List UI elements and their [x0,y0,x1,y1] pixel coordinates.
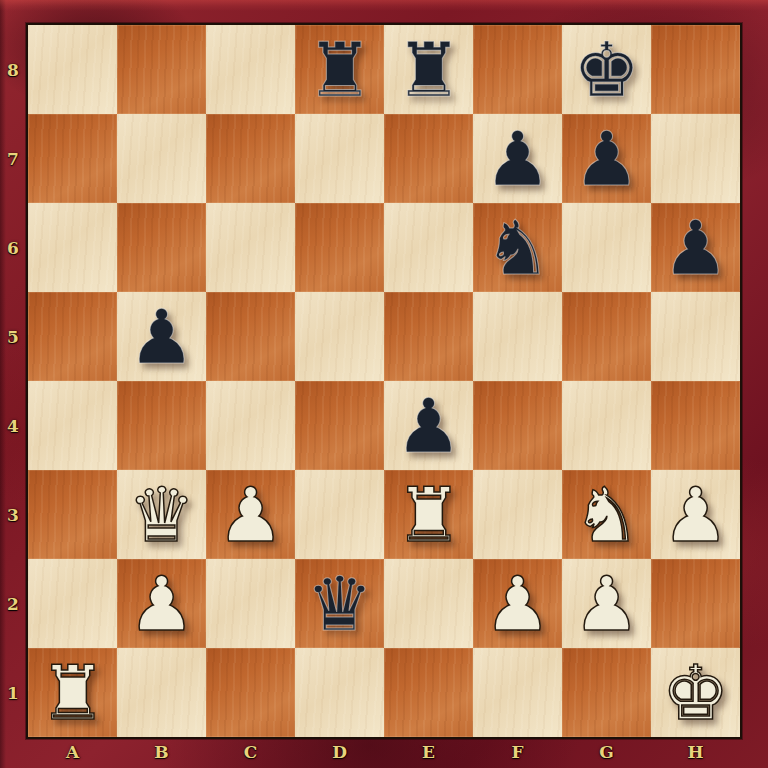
square-a7[interactable] [28,114,117,203]
square-b7[interactable] [117,114,206,203]
square-d8[interactable]: ♜ [295,25,384,114]
piece-white-knight[interactable]: ♞ [573,478,640,553]
square-h3[interactable]: ♟ [651,470,740,559]
square-a3[interactable] [28,470,117,559]
piece-white-pawn[interactable]: ♟ [128,567,195,642]
square-h4[interactable] [651,381,740,470]
file-label-g: G [562,742,651,762]
piece-white-rook[interactable]: ♜ [395,478,462,553]
piece-black-rook[interactable]: ♜ [395,33,462,108]
piece-black-pawn[interactable]: ♟ [662,211,729,286]
rank-label-1: 1 [0,648,26,737]
rank-label-7: 7 [0,114,26,203]
square-g6[interactable] [562,203,651,292]
board-frame: 87654321 ♜♜♚♟♟♞♟♟♟♛♟♜♞♟♟♛♟♟♜♚ ABCDEFGH [0,0,768,768]
square-h6[interactable]: ♟ [651,203,740,292]
square-d5[interactable] [295,292,384,381]
piece-black-pawn[interactable]: ♟ [128,300,195,375]
square-f7[interactable]: ♟ [473,114,562,203]
piece-white-rook[interactable]: ♜ [39,656,106,731]
square-d2[interactable]: ♛ [295,559,384,648]
file-label-c: C [206,742,295,762]
rank-label-5: 5 [0,292,26,381]
rank-label-8: 8 [0,25,26,114]
file-label-a: A [28,742,117,762]
piece-white-king[interactable]: ♚ [662,656,729,731]
square-b6[interactable] [117,203,206,292]
square-e7[interactable] [384,114,473,203]
square-c8[interactable] [206,25,295,114]
piece-white-pawn[interactable]: ♟ [217,478,284,553]
square-e1[interactable] [384,648,473,737]
square-e4[interactable]: ♟ [384,381,473,470]
square-b3[interactable]: ♛ [117,470,206,559]
square-e6[interactable] [384,203,473,292]
square-f2[interactable]: ♟ [473,559,562,648]
square-a6[interactable] [28,203,117,292]
square-g7[interactable]: ♟ [562,114,651,203]
square-c7[interactable] [206,114,295,203]
square-h5[interactable] [651,292,740,381]
file-label-d: D [295,742,384,762]
square-b4[interactable] [117,381,206,470]
piece-white-pawn[interactable]: ♟ [484,567,551,642]
piece-black-queen[interactable]: ♛ [306,567,373,642]
file-labels: ABCDEFGH [28,738,740,766]
square-b1[interactable] [117,648,206,737]
file-label-h: H [651,742,740,762]
square-a2[interactable] [28,559,117,648]
square-e5[interactable] [384,292,473,381]
square-e3[interactable]: ♜ [384,470,473,559]
square-f4[interactable] [473,381,562,470]
square-g5[interactable] [562,292,651,381]
square-d3[interactable] [295,470,384,559]
file-label-f: F [473,742,562,762]
square-c4[interactable] [206,381,295,470]
rank-label-2: 2 [0,559,26,648]
square-c6[interactable] [206,203,295,292]
square-c5[interactable] [206,292,295,381]
square-b2[interactable]: ♟ [117,559,206,648]
piece-black-pawn[interactable]: ♟ [395,389,462,464]
piece-white-pawn[interactable]: ♟ [573,567,640,642]
square-h1[interactable]: ♚ [651,648,740,737]
rank-label-4: 4 [0,381,26,470]
square-c3[interactable]: ♟ [206,470,295,559]
file-label-b: B [117,742,206,762]
square-d6[interactable] [295,203,384,292]
square-h7[interactable] [651,114,740,203]
square-a1[interactable]: ♜ [28,648,117,737]
piece-black-king[interactable]: ♚ [573,33,640,108]
piece-white-queen[interactable]: ♛ [128,478,195,553]
piece-black-knight[interactable]: ♞ [484,211,551,286]
board: ♜♜♚♟♟♞♟♟♟♛♟♜♞♟♟♛♟♟♜♚ [26,23,742,739]
square-f8[interactable] [473,25,562,114]
square-f5[interactable] [473,292,562,381]
rank-labels: 87654321 [0,25,26,737]
square-h8[interactable] [651,25,740,114]
square-g1[interactable] [562,648,651,737]
piece-white-pawn[interactable]: ♟ [662,478,729,553]
square-a4[interactable] [28,381,117,470]
file-label-e: E [384,742,473,762]
square-g4[interactable] [562,381,651,470]
square-b8[interactable] [117,25,206,114]
rank-label-6: 6 [0,203,26,292]
square-g3[interactable]: ♞ [562,470,651,559]
square-d1[interactable] [295,648,384,737]
square-g8[interactable]: ♚ [562,25,651,114]
square-d4[interactable] [295,381,384,470]
square-a5[interactable] [28,292,117,381]
square-c2[interactable] [206,559,295,648]
square-e8[interactable]: ♜ [384,25,473,114]
square-f3[interactable] [473,470,562,559]
piece-black-pawn[interactable]: ♟ [484,122,551,197]
square-h2[interactable] [651,559,740,648]
square-e2[interactable] [384,559,473,648]
square-a8[interactable] [28,25,117,114]
square-d7[interactable] [295,114,384,203]
piece-black-rook[interactable]: ♜ [306,33,373,108]
square-c1[interactable] [206,648,295,737]
square-g2[interactable]: ♟ [562,559,651,648]
square-f6[interactable]: ♞ [473,203,562,292]
rank-label-3: 3 [0,470,26,559]
square-f1[interactable] [473,648,562,737]
piece-black-pawn[interactable]: ♟ [573,122,640,197]
square-b5[interactable]: ♟ [117,292,206,381]
